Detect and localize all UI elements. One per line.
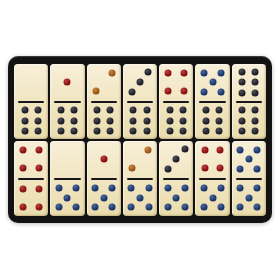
pip xyxy=(136,79,143,86)
pip xyxy=(108,70,115,77)
pip xyxy=(36,147,43,154)
pip xyxy=(179,117,186,124)
domino-half-top xyxy=(123,64,157,101)
pip xyxy=(36,165,43,172)
pip xyxy=(254,204,261,211)
domino-half-top xyxy=(50,141,84,178)
pip xyxy=(179,128,186,135)
pip xyxy=(100,156,107,163)
pip xyxy=(181,204,188,211)
pip xyxy=(20,203,27,210)
pip xyxy=(144,147,151,154)
pip xyxy=(36,203,43,210)
pip xyxy=(254,146,261,153)
pip xyxy=(92,185,99,192)
pip xyxy=(145,204,152,211)
pip xyxy=(94,117,101,124)
domino-half-top xyxy=(87,141,121,178)
pip xyxy=(245,194,252,201)
pip xyxy=(55,204,62,211)
domino-3-6[interactable] xyxy=(123,64,157,139)
pip xyxy=(179,107,186,114)
pip xyxy=(217,147,224,154)
domino-half-bottom xyxy=(232,103,266,140)
pip xyxy=(128,204,135,211)
domino-1-6[interactable] xyxy=(50,64,84,139)
pip xyxy=(252,89,259,96)
domino-0-6[interactable] xyxy=(14,64,48,139)
scene xyxy=(0,0,280,280)
pip xyxy=(55,185,62,192)
pip xyxy=(109,185,116,192)
pip xyxy=(201,165,208,172)
pip xyxy=(70,117,77,124)
pip xyxy=(57,107,64,114)
pip xyxy=(173,194,180,201)
domino-half-top xyxy=(50,64,84,101)
pip xyxy=(254,185,261,192)
pip xyxy=(239,68,246,75)
pip xyxy=(218,185,225,192)
domino-half-top xyxy=(195,64,229,101)
pip xyxy=(21,128,28,135)
pip xyxy=(209,194,216,201)
pip xyxy=(239,117,246,124)
pip xyxy=(143,117,150,124)
pip xyxy=(203,107,210,114)
domino-half-top xyxy=(123,141,157,178)
pip xyxy=(130,107,137,114)
domino-case xyxy=(8,56,272,223)
domino-half-bottom xyxy=(123,180,157,217)
pip xyxy=(92,88,99,95)
pip xyxy=(200,69,207,76)
pip xyxy=(209,79,216,86)
pip xyxy=(109,204,116,211)
domino-half-bottom xyxy=(14,103,48,140)
domino-half-top xyxy=(159,141,193,178)
pip xyxy=(145,69,152,76)
pip xyxy=(237,165,244,172)
domino-half-top xyxy=(87,64,121,101)
domino-half-top xyxy=(232,141,266,178)
pip xyxy=(239,89,246,96)
pip xyxy=(57,128,64,135)
pip xyxy=(34,117,41,124)
pip xyxy=(107,117,114,124)
pip xyxy=(218,69,225,76)
domino-4-5[interactable] xyxy=(195,141,229,216)
pip xyxy=(21,107,28,114)
domino-2-5[interactable] xyxy=(123,141,157,216)
pip xyxy=(130,128,137,135)
domino-half-top xyxy=(232,64,266,101)
pip xyxy=(239,79,246,86)
pip xyxy=(164,204,171,211)
pip xyxy=(245,156,252,163)
domino-2-6[interactable] xyxy=(87,64,121,139)
domino-3-5[interactable] xyxy=(159,141,193,216)
pip xyxy=(164,185,171,192)
domino-half-bottom xyxy=(159,103,193,140)
pip xyxy=(252,107,259,114)
pip xyxy=(181,88,188,95)
domino-6-6[interactable] xyxy=(232,64,266,139)
domino-1-5[interactable] xyxy=(87,141,121,216)
pip xyxy=(252,117,259,124)
pip xyxy=(181,185,188,192)
domino-0-5[interactable] xyxy=(50,141,84,216)
pip xyxy=(64,194,71,201)
pip xyxy=(201,147,208,154)
pip xyxy=(181,146,188,153)
pip xyxy=(143,128,150,135)
pip xyxy=(128,185,135,192)
pip xyxy=(72,204,79,211)
domino-half-bottom xyxy=(159,180,193,217)
domino-4-4[interactable] xyxy=(14,141,48,216)
pip xyxy=(166,128,173,135)
domino-half-bottom xyxy=(232,180,266,217)
pip xyxy=(100,194,107,201)
pip xyxy=(239,128,246,135)
pip xyxy=(254,165,261,172)
domino-board xyxy=(14,64,266,216)
pip xyxy=(36,185,43,192)
pip xyxy=(20,165,27,172)
domino-half-bottom xyxy=(87,103,121,140)
domino-5-6[interactable] xyxy=(195,64,229,139)
pip xyxy=(165,88,172,95)
pip xyxy=(70,107,77,114)
pip xyxy=(20,147,27,154)
domino-half-bottom xyxy=(50,103,84,140)
pip xyxy=(129,165,136,172)
pip xyxy=(200,185,207,192)
domino-half-top xyxy=(14,64,48,101)
pip xyxy=(252,68,259,75)
pip xyxy=(203,128,210,135)
domino-half-bottom xyxy=(50,180,84,217)
pip xyxy=(252,128,259,135)
domino-5-5[interactable] xyxy=(232,141,266,216)
pip xyxy=(34,107,41,114)
pip xyxy=(165,166,172,173)
pip xyxy=(200,88,207,95)
pip xyxy=(218,88,225,95)
pip xyxy=(94,128,101,135)
pip xyxy=(92,204,99,211)
domino-4-6[interactable] xyxy=(159,64,193,139)
pip xyxy=(107,107,114,114)
pip xyxy=(252,79,259,86)
pip xyxy=(173,156,180,163)
pip xyxy=(166,117,173,124)
domino-half-top xyxy=(159,64,193,101)
pip xyxy=(70,128,77,135)
pip xyxy=(57,117,64,124)
pip xyxy=(64,79,71,86)
pip xyxy=(21,117,28,124)
domino-half-bottom xyxy=(87,180,121,217)
pip xyxy=(216,117,223,124)
pip xyxy=(20,185,27,192)
pip xyxy=(237,146,244,153)
pip xyxy=(130,117,137,124)
pip xyxy=(200,204,207,211)
pip xyxy=(143,107,150,114)
pip xyxy=(239,107,246,114)
pip xyxy=(216,128,223,135)
pip xyxy=(218,204,225,211)
domino-half-top xyxy=(14,141,48,178)
pip xyxy=(203,117,210,124)
pip xyxy=(136,194,143,201)
domino-half-top xyxy=(195,141,229,178)
pip xyxy=(107,128,114,135)
pip xyxy=(237,204,244,211)
domino-half-bottom xyxy=(14,180,48,217)
pip xyxy=(217,165,224,172)
domino-half-bottom xyxy=(123,103,157,140)
domino-half-bottom xyxy=(195,103,229,140)
pip xyxy=(216,107,223,114)
domino-half-bottom xyxy=(195,180,229,217)
pip xyxy=(94,107,101,114)
pip xyxy=(165,70,172,77)
pip xyxy=(181,70,188,77)
pip xyxy=(128,89,135,96)
pip xyxy=(72,185,79,192)
pip xyxy=(34,128,41,135)
pip xyxy=(145,185,152,192)
pip xyxy=(166,107,173,114)
pip xyxy=(237,185,244,192)
